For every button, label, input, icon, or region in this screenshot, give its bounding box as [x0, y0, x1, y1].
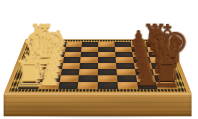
- square-a5[interactable]: [98, 82, 118, 89]
- square-b4[interactable]: [78, 75, 97, 82]
- chess-set-photo: ♜♟♟♜♞♟♟♞♝♟♟♝♚♟♟♚♛♟♟♛♝♟♟♝♞♟♟♞♜♟♟♜: [0, 0, 198, 119]
- square-b5[interactable]: [98, 75, 117, 82]
- chess-board: ♜♟♟♜♞♟♟♞♝♟♟♝♚♟♟♚♛♟♟♛♝♟♟♝♞♟♟♞♜♟♟♜: [4, 39, 192, 93]
- square-a4[interactable]: [78, 82, 98, 89]
- box-front-side: [4, 94, 192, 117]
